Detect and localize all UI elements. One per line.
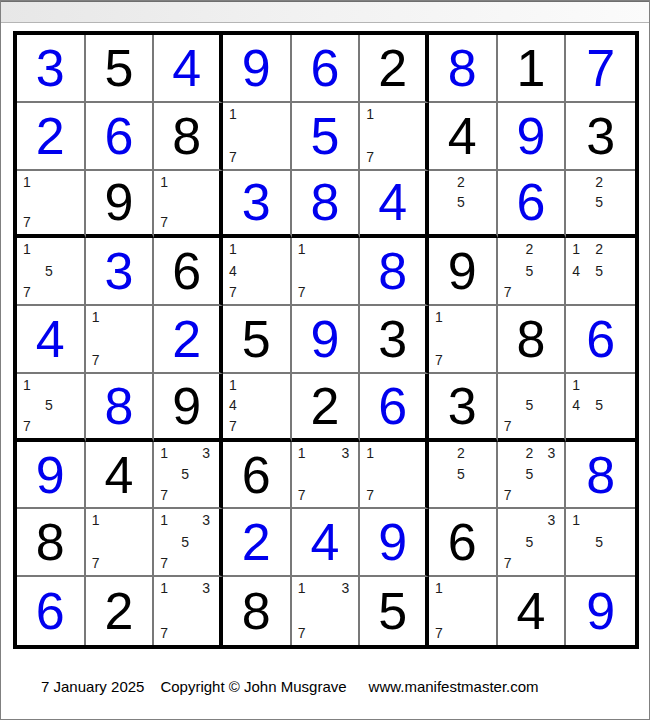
solved-digit: 5 [311,110,340,162]
candidate-digit: 7 [366,150,374,164]
candidate-digit: 3 [202,446,210,460]
pencil-marks: 1245 [572,242,626,299]
cell-r6c9[interactable]: 145 [566,374,635,442]
solved-digit: 2 [172,313,201,365]
solved-digit: 8 [311,176,340,228]
candidate-digit: 5 [595,535,603,549]
cell-r7c3[interactable]: 1357 [154,442,223,510]
pencil-marks: 17 [298,242,350,299]
solved-digit: 9 [311,313,340,365]
cell-r5c2[interactable]: 17 [86,306,155,374]
cell-r8c4[interactable]: 2 [223,509,292,577]
window-titlebar [1,1,649,23]
candidate-digit: 7 [92,353,100,367]
candidate-digit: 2 [595,242,603,256]
cell-r1c5[interactable]: 6 [292,35,361,103]
candidate-digit: 1 [23,175,31,189]
cell-r1c1[interactable]: 3 [17,35,86,103]
cell-r7c7[interactable]: 25 [429,442,498,510]
cell-r2c3[interactable]: 8 [154,103,223,171]
solved-digit: 3 [105,245,134,297]
cell-r2c6[interactable]: 17 [360,103,429,171]
solved-digit: 7 [586,42,615,94]
cell-r2c2[interactable]: 6 [86,103,155,171]
cell-r1c3[interactable]: 4 [154,35,223,103]
given-digit: 2 [105,585,134,637]
footer-website: www.manifestmaster.com [369,678,539,695]
pencil-marks: 17 [92,513,144,570]
candidate-digit: 7 [504,419,512,433]
cell-r4c6[interactable]: 8 [360,238,429,306]
candidate-digit: 5 [595,398,603,412]
pencil-marks: 1357 [160,446,210,503]
candidate-digit: 1 [229,242,237,256]
pencil-marks: 137 [160,581,210,640]
candidate-digit: 2 [526,242,534,256]
cell-r4c9[interactable]: 1245 [566,238,635,306]
cell-r9c2[interactable]: 2 [86,577,155,645]
solved-digit: 4 [311,516,340,568]
candidate-digit: 1 [160,446,168,460]
solved-digit: 8 [105,380,134,432]
given-digit: 2 [378,42,407,94]
candidate-digit: 7 [23,419,31,433]
cell-r3c4[interactable]: 3 [223,171,292,239]
cell-r5c6[interactable]: 3 [360,306,429,374]
given-digit: 5 [105,42,134,94]
solved-digit: 9 [242,42,271,94]
cell-r9c6[interactable]: 5 [360,577,429,645]
given-digit: 3 [448,380,477,432]
cell-r8c9[interactable]: 15 [566,509,635,577]
given-digit: 6 [242,449,271,501]
candidate-digit: 5 [457,467,465,481]
cell-r3c6[interactable]: 4 [360,171,429,239]
pencil-marks: 25 [435,175,487,230]
solved-digit: 2 [36,110,65,162]
candidate-digit: 3 [548,513,556,527]
candidate-digit: 7 [23,285,31,299]
candidate-digit: 1 [92,513,100,527]
solved-digit: 8 [586,449,615,501]
cell-r2c9[interactable]: 3 [566,103,635,171]
cell-r3c2[interactable]: 9 [86,171,155,239]
cell-r6c7[interactable]: 3 [429,374,498,442]
cell-r9c1[interactable]: 6 [17,577,86,645]
candidate-digit: 3 [342,581,350,595]
cell-r3c5[interactable]: 8 [292,171,361,239]
candidate-digit: 3 [202,581,210,595]
cell-r8c3[interactable]: 1357 [154,509,223,577]
candidate-digit: 1 [229,107,237,121]
cell-r4c1[interactable]: 157 [17,238,86,306]
cell-r7c5[interactable]: 137 [292,442,361,510]
candidate-digit: 1 [92,310,100,324]
cell-r7c2[interactable]: 4 [86,442,155,510]
cell-r8c1[interactable]: 8 [17,509,86,577]
candidate-digit: 7 [229,285,237,299]
candidate-digit: 1 [229,378,237,392]
solved-digit: 4 [36,313,65,365]
pencil-marks: 57 [504,378,556,433]
candidate-digit: 5 [526,467,534,481]
cell-r2c4[interactable]: 17 [223,103,292,171]
candidate-digit: 2 [457,446,465,460]
solved-digit: 2 [242,516,271,568]
solved-digit: 8 [378,245,407,297]
cell-r2c1[interactable]: 2 [17,103,86,171]
candidate-digit: 1 [366,446,374,460]
candidate-digit: 1 [160,175,168,189]
candidate-digit: 3 [548,446,556,460]
pencil-marks: 15 [572,513,626,570]
cell-r8c5[interactable]: 4 [292,509,361,577]
solved-digit: 8 [448,42,477,94]
cell-r1c7[interactable]: 8 [429,35,498,103]
given-digit: 8 [36,516,65,568]
solved-digit: 6 [105,110,134,162]
candidate-digit: 4 [229,398,237,412]
candidate-digit: 7 [229,419,237,433]
cell-r2c5[interactable]: 5 [292,103,361,171]
cell-r1c8[interactable]: 1 [498,35,567,103]
candidate-digit: 7 [435,353,443,367]
cell-r6c1[interactable]: 157 [17,374,86,442]
cell-r9c3[interactable]: 137 [154,577,223,645]
solved-digit: 9 [586,585,615,637]
given-digit: 1 [517,42,546,94]
candidate-digit: 5 [45,264,53,278]
candidate-digit: 5 [595,195,603,209]
candidate-digit: 5 [457,195,465,209]
given-digit: 9 [172,380,201,432]
pencil-marks: 137 [298,446,350,503]
cell-r1c9[interactable]: 7 [566,35,635,103]
pencil-marks: 257 [504,242,556,299]
candidate-digit: 7 [435,626,443,640]
candidate-digit: 4 [572,398,580,412]
sudoku-board: 3549628172681751749317917384256251573614… [13,31,639,649]
cell-r1c2[interactable]: 5 [86,35,155,103]
candidate-digit: 1 [23,378,31,392]
candidate-digit: 7 [160,556,168,570]
cell-r5c3[interactable]: 2 [154,306,223,374]
cell-r3c1[interactable]: 17 [17,171,86,239]
cell-r9c4[interactable]: 8 [223,577,292,645]
cell-r6c6[interactable]: 6 [360,374,429,442]
pencil-marks: 17 [366,107,416,164]
pencil-marks: 17 [366,446,416,503]
candidate-digit: 1 [298,242,306,256]
candidate-digit: 2 [526,446,534,460]
candidate-digit: 5 [526,398,534,412]
cell-r9c8[interactable]: 4 [498,577,567,645]
cell-r8c8[interactable]: 357 [498,509,567,577]
candidate-digit: 7 [92,556,100,570]
candidate-digit: 5 [526,535,534,549]
candidate-digit: 1 [435,310,443,324]
cell-r6c8[interactable]: 57 [498,374,567,442]
pencil-marks: 157 [23,242,75,299]
candidate-digit: 7 [23,215,31,229]
cell-r9c5[interactable]: 137 [292,577,361,645]
cell-r7c6[interactable]: 17 [360,442,429,510]
cell-r7c4[interactable]: 6 [223,442,292,510]
cell-r6c2[interactable]: 8 [86,374,155,442]
pencil-marks: 17 [160,175,210,230]
candidate-digit: 1 [435,581,443,595]
solved-digit: 4 [378,176,407,228]
solved-digit: 6 [517,176,546,228]
candidate-digit: 3 [342,446,350,460]
cell-r6c5[interactable]: 2 [292,374,361,442]
given-digit: 5 [378,585,407,637]
solved-digit: 9 [517,110,546,162]
candidate-digit: 1 [572,513,580,527]
given-digit: 4 [448,110,477,162]
footer: 7 January 2025Copyright © John Musgravew… [41,679,539,695]
pencil-marks: 2357 [504,446,556,503]
candidate-digit: 7 [504,488,512,502]
candidate-digit: 7 [160,626,168,640]
given-digit: 3 [378,313,407,365]
cell-r1c4[interactable]: 9 [223,35,292,103]
pencil-marks: 145 [572,378,626,433]
cell-r5c7[interactable]: 17 [429,306,498,374]
cell-r7c9[interactable]: 8 [566,442,635,510]
candidate-digit: 7 [229,150,237,164]
pencil-marks: 1357 [160,513,210,570]
pencil-marks: 17 [23,175,75,230]
solved-digit: 3 [36,42,65,94]
candidate-digit: 1 [572,242,580,256]
pencil-marks: 147 [229,242,281,299]
footer-date: 7 January 2025 [41,678,144,695]
cell-r5c4[interactable]: 5 [223,306,292,374]
cell-r3c8[interactable]: 6 [498,171,567,239]
cell-r4c5[interactable]: 17 [292,238,361,306]
candidate-digit: 5 [181,467,189,481]
cell-r2c8[interactable]: 9 [498,103,567,171]
pencil-marks: 25 [435,446,487,503]
cell-r4c7[interactable]: 9 [429,238,498,306]
cell-r6c4[interactable]: 147 [223,374,292,442]
candidate-digit: 2 [457,175,465,189]
given-digit: 2 [311,380,340,432]
candidate-digit: 1 [298,446,306,460]
candidate-digit: 5 [181,535,189,549]
given-digit: 9 [105,176,134,228]
candidate-digit: 4 [229,264,237,278]
pencil-marks: 147 [229,378,281,433]
cell-r5c8[interactable]: 8 [498,306,567,374]
candidate-digit: 1 [23,242,31,256]
cell-r5c1[interactable]: 4 [17,306,86,374]
footer-copyright: Copyright © John Musgrave [160,678,346,695]
cell-r3c3[interactable]: 17 [154,171,223,239]
candidate-digit: 2 [595,175,603,189]
cell-r7c1[interactable]: 9 [17,442,86,510]
candidate-digit: 7 [160,488,168,502]
solved-digit: 3 [242,176,271,228]
cell-r7c8[interactable]: 2357 [498,442,567,510]
candidate-digit: 1 [366,107,374,121]
given-digit: 5 [242,313,271,365]
pencil-marks: 17 [435,581,487,640]
pencil-marks: 17 [435,310,487,367]
given-digit: 4 [517,585,546,637]
pencil-marks: 137 [298,581,350,640]
cell-r3c7[interactable]: 25 [429,171,498,239]
pencil-marks: 17 [92,310,144,367]
cell-r3c9[interactable]: 25 [566,171,635,239]
candidate-digit: 5 [595,264,603,278]
candidate-digit: 7 [366,488,374,502]
given-digit: 6 [448,516,477,568]
solved-digit: 9 [36,449,65,501]
candidate-digit: 1 [160,581,168,595]
cell-r4c8[interactable]: 257 [498,238,567,306]
solved-digit: 6 [311,42,340,94]
candidate-digit: 1 [572,378,580,392]
given-digit: 4 [105,449,134,501]
page: 3549628172681751749317917384256251573614… [0,0,650,720]
given-digit: 6 [172,245,201,297]
pencil-marks: 157 [23,378,75,433]
candidate-digit: 7 [504,556,512,570]
candidate-digit: 7 [160,215,168,229]
solved-digit: 9 [378,516,407,568]
cell-r4c4[interactable]: 147 [223,238,292,306]
cell-r8c6[interactable]: 9 [360,509,429,577]
cell-r8c7[interactable]: 6 [429,509,498,577]
candidate-digit: 5 [526,264,534,278]
candidate-digit: 7 [298,488,306,502]
cell-r4c3[interactable]: 6 [154,238,223,306]
pencil-marks: 17 [229,107,281,164]
candidate-digit: 3 [202,513,210,527]
candidate-digit: 7 [298,626,306,640]
given-digit: 8 [172,110,201,162]
given-digit: 3 [586,110,615,162]
cell-r4c2[interactable]: 3 [86,238,155,306]
pencil-marks: 25 [572,175,626,230]
candidate-digit: 7 [298,285,306,299]
candidate-digit: 1 [298,581,306,595]
candidate-digit: 1 [160,513,168,527]
solved-digit: 6 [36,585,65,637]
cell-r9c9[interactable]: 9 [566,577,635,645]
given-digit: 9 [448,245,477,297]
given-digit: 8 [517,313,546,365]
candidate-digit: 7 [504,285,512,299]
cell-r9c7[interactable]: 17 [429,577,498,645]
given-digit: 8 [242,585,271,637]
pencil-marks: 357 [504,513,556,570]
solved-digit: 6 [586,313,615,365]
cell-r2c7[interactable]: 4 [429,103,498,171]
candidate-digit: 4 [572,264,580,278]
solved-digit: 4 [172,42,201,94]
cell-r6c3[interactable]: 9 [154,374,223,442]
candidate-digit: 5 [45,398,53,412]
cell-r5c9[interactable]: 6 [566,306,635,374]
cell-r1c6[interactable]: 2 [360,35,429,103]
cell-r5c5[interactable]: 9 [292,306,361,374]
cell-r8c2[interactable]: 17 [86,509,155,577]
solved-digit: 6 [378,380,407,432]
